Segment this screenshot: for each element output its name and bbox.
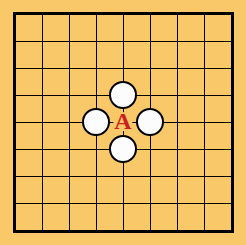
white-stone-E6 bbox=[109, 81, 137, 109]
point-label-A: A bbox=[113, 112, 132, 131]
board-grid: A bbox=[15, 14, 232, 231]
white-stone-D5 bbox=[82, 108, 110, 136]
white-stone-E4 bbox=[109, 135, 137, 163]
go-board: A bbox=[13, 12, 234, 233]
white-stone-F5 bbox=[136, 108, 164, 136]
go-board-diagram: A bbox=[0, 0, 246, 245]
